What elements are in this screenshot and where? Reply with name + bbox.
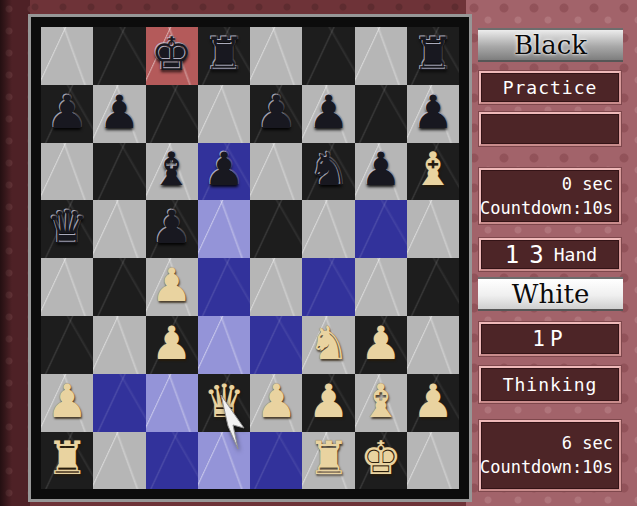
black-time: 0 sec bbox=[562, 174, 613, 195]
move-counter-value: 13 bbox=[505, 241, 554, 269]
square-g4[interactable] bbox=[355, 258, 407, 316]
white-pawn[interactable]: ♟ bbox=[151, 262, 192, 308]
square-a7[interactable]: ♟ bbox=[41, 85, 93, 143]
square-d7[interactable] bbox=[198, 85, 250, 143]
square-f7[interactable]: ♟ bbox=[302, 85, 354, 143]
white-pawn[interactable]: ♟ bbox=[360, 320, 401, 366]
selection-cursor-icon bbox=[220, 394, 254, 452]
square-c8[interactable]: ♚ bbox=[146, 27, 198, 85]
square-c1[interactable] bbox=[146, 432, 198, 490]
square-f1[interactable]: ♜ bbox=[302, 432, 354, 490]
square-e4[interactable] bbox=[250, 258, 302, 316]
square-g2[interactable]: ♝ bbox=[355, 374, 407, 432]
square-e3[interactable] bbox=[250, 316, 302, 374]
square-b5[interactable] bbox=[93, 200, 145, 258]
square-f5[interactable] bbox=[302, 200, 354, 258]
black-pawn[interactable]: ♟ bbox=[47, 89, 88, 135]
black-knight[interactable]: ♞ bbox=[308, 146, 349, 192]
black-timer-panel: 0 sec Countdown:10s bbox=[479, 168, 621, 224]
square-h1[interactable] bbox=[407, 432, 459, 490]
square-a4[interactable] bbox=[41, 258, 93, 316]
black-pawn[interactable]: ♟ bbox=[203, 146, 244, 192]
white-pawn[interactable]: ♟ bbox=[256, 378, 297, 424]
white-player-panel: 1P bbox=[479, 322, 621, 356]
move-counter-panel: 13 Hand bbox=[479, 238, 621, 271]
black-pawn[interactable]: ♟ bbox=[151, 204, 192, 250]
square-d3[interactable] bbox=[198, 316, 250, 374]
black-rook[interactable]: ♜ bbox=[203, 31, 244, 77]
white-rook[interactable]: ♜ bbox=[47, 435, 88, 481]
black-label: Black bbox=[514, 30, 587, 60]
white-king[interactable]: ♚ bbox=[360, 435, 401, 481]
black-pawn[interactable]: ♟ bbox=[99, 89, 140, 135]
square-h4[interactable] bbox=[407, 258, 459, 316]
square-c6[interactable]: ♝ bbox=[146, 143, 198, 201]
square-f2[interactable]: ♟ bbox=[302, 374, 354, 432]
white-status-panel: Thinking bbox=[479, 366, 621, 403]
square-h2[interactable]: ♟ bbox=[407, 374, 459, 432]
square-g6[interactable]: ♟ bbox=[355, 143, 407, 201]
square-g8[interactable] bbox=[355, 27, 407, 85]
square-g1[interactable]: ♚ bbox=[355, 432, 407, 490]
square-e8[interactable] bbox=[250, 27, 302, 85]
square-b8[interactable] bbox=[93, 27, 145, 85]
white-timer-panel: 6 sec Countdown:10s bbox=[479, 420, 621, 491]
square-f3[interactable]: ♞ bbox=[302, 316, 354, 374]
square-b4[interactable] bbox=[93, 258, 145, 316]
square-a5[interactable]: ♛ bbox=[41, 200, 93, 258]
black-pawn[interactable]: ♟ bbox=[256, 89, 297, 135]
black-bishop[interactable]: ♝ bbox=[151, 146, 192, 192]
black-mode-label: Practice bbox=[503, 77, 598, 98]
square-b2[interactable] bbox=[93, 374, 145, 432]
square-f6[interactable]: ♞ bbox=[302, 143, 354, 201]
black-rook[interactable]: ♜ bbox=[413, 31, 454, 77]
white-pawn[interactable]: ♟ bbox=[151, 320, 192, 366]
white-pawn[interactable]: ♟ bbox=[47, 378, 88, 424]
square-g7[interactable] bbox=[355, 85, 407, 143]
square-e2[interactable]: ♟ bbox=[250, 374, 302, 432]
square-e6[interactable] bbox=[250, 143, 302, 201]
square-g3[interactable]: ♟ bbox=[355, 316, 407, 374]
white-bishop[interactable]: ♝ bbox=[360, 378, 401, 424]
square-c2[interactable] bbox=[146, 374, 198, 432]
black-pawn[interactable]: ♟ bbox=[308, 89, 349, 135]
square-f4[interactable] bbox=[302, 258, 354, 316]
white-knight[interactable]: ♞ bbox=[308, 320, 349, 366]
square-h3[interactable] bbox=[407, 316, 459, 374]
white-label: White bbox=[512, 279, 590, 309]
square-c4[interactable]: ♟ bbox=[146, 258, 198, 316]
white-player-bar: White bbox=[478, 277, 623, 311]
square-c3[interactable]: ♟ bbox=[146, 316, 198, 374]
black-status-panel bbox=[479, 112, 621, 146]
white-status-label: Thinking bbox=[503, 374, 598, 395]
black-pawn[interactable]: ♟ bbox=[413, 89, 454, 135]
square-h7[interactable]: ♟ bbox=[407, 85, 459, 143]
white-pawn[interactable]: ♟ bbox=[308, 378, 349, 424]
white-player-label: 1P bbox=[532, 327, 567, 351]
square-a8[interactable] bbox=[41, 27, 93, 85]
square-f8[interactable] bbox=[302, 27, 354, 85]
square-g5[interactable] bbox=[355, 200, 407, 258]
square-b3[interactable] bbox=[93, 316, 145, 374]
black-player-bar: Black bbox=[478, 28, 623, 62]
black-king[interactable]: ♚ bbox=[151, 31, 192, 77]
square-e7[interactable]: ♟ bbox=[250, 85, 302, 143]
square-e1[interactable] bbox=[250, 432, 302, 490]
square-d8[interactable]: ♜ bbox=[198, 27, 250, 85]
square-e5[interactable] bbox=[250, 200, 302, 258]
square-h6[interactable]: ♝ bbox=[407, 143, 459, 201]
square-d6[interactable]: ♟ bbox=[198, 143, 250, 201]
white-time: 6 sec bbox=[562, 433, 613, 454]
square-a1[interactable]: ♜ bbox=[41, 432, 93, 490]
square-b1[interactable] bbox=[93, 432, 145, 490]
black-countdown: Countdown:10s bbox=[480, 198, 613, 219]
square-d4[interactable] bbox=[198, 258, 250, 316]
square-c7[interactable] bbox=[146, 85, 198, 143]
black-mode-panel: Practice bbox=[479, 71, 621, 104]
left-ornament-stripe bbox=[0, 0, 30, 506]
square-b6[interactable] bbox=[93, 143, 145, 201]
square-h5[interactable] bbox=[407, 200, 459, 258]
square-c5[interactable]: ♟ bbox=[146, 200, 198, 258]
white-pawn[interactable]: ♟ bbox=[413, 378, 454, 424]
black-queen[interactable]: ♛ bbox=[47, 204, 88, 250]
square-b7[interactable]: ♟ bbox=[93, 85, 145, 143]
square-a2[interactable]: ♟ bbox=[41, 374, 93, 432]
black-pawn[interactable]: ♟ bbox=[360, 146, 401, 192]
move-counter-unit: Hand bbox=[554, 244, 597, 265]
white-rook[interactable]: ♜ bbox=[308, 435, 349, 481]
white-countdown: Countdown:10s bbox=[480, 457, 613, 478]
square-h8[interactable]: ♜ bbox=[407, 27, 459, 85]
square-a3[interactable] bbox=[41, 316, 93, 374]
square-a6[interactable] bbox=[41, 143, 93, 201]
square-d5[interactable] bbox=[198, 200, 250, 258]
white-bishop[interactable]: ♝ bbox=[413, 146, 454, 192]
